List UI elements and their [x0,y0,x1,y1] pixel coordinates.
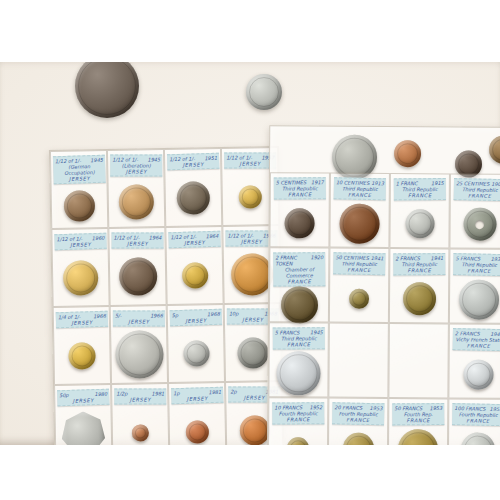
coin-rim [71,345,92,366]
coin-slot [330,200,388,247]
year: 1964 [148,234,161,240]
coin-slot [390,275,448,322]
coin-1p-1981 [186,420,209,443]
coin-label: 25 CENTIMES1903Third RepublicFRANCE [454,178,500,201]
coin-label: 1 FRANC1915Third RepublicFRANCE [394,178,446,200]
coin-5p-1968 [183,340,209,366]
photo-area: 1/12 of 1/-1945(German Occupation)JERSEY… [0,62,500,445]
country: JERSEY [55,175,103,183]
pocket-row: 1/4 of 1/-1966JERSEY5/-1966JERSEY5p1968J… [53,303,282,385]
country: FRANCE [455,267,500,274]
coin-rim [249,77,279,107]
coin-rim [290,440,306,445]
coin-label: 1/12 of 1/-1957JERSEY [224,152,276,168]
country: FRANCE [395,267,443,273]
year: 1945 [90,157,103,163]
pocket-jersey-r4c2: 1/2p1981JERSEY [111,383,169,445]
coin-1-2p-1981 [132,424,149,441]
country: FRANCE [336,191,384,198]
denomination: 10p [228,311,238,317]
denomination: 5p [171,312,178,318]
coin-label: 1/12 of 1/-1945(Liberation)JERSEY [110,154,162,176]
coin-2-francs-1941 [402,282,435,315]
pocket-france-r1c3: 1 FRANC1915Third RepublicFRANCE [389,173,450,248]
coin-label: 2 FRANC TOKEN1920Chamber of CommerceFRAN… [273,252,325,286]
coin-slot [390,200,448,247]
pocket-france-r2c2: 50 CENTIMES1941Third RepublicFRANCE [329,248,390,323]
pocket-france-r3c4: 2 FRANCS1944Vichy French StateFRANCE [448,323,500,398]
pocket-france-r4c2: 20 FRANCS1953Fourth RepublicFRANCE [328,398,389,445]
coin-1-12-of-1-1957 [239,185,262,208]
coin-slot [270,199,328,246]
coin-slot [269,349,327,396]
coin-rim [397,143,418,164]
country: JERSEY [112,168,160,174]
coin-rim [288,211,312,235]
coin-label: 5 FRANCS1933Third RepublicFRANCE [453,253,500,276]
country: FRANCE [394,417,442,423]
coin-100-francs-1955 [461,432,495,445]
coin-1-12-of-1-1945 [119,184,155,220]
country: JERSEY [114,318,162,324]
pocket-row: 1/12 of 1/-1945(German Occupation)JERSEY… [50,147,279,229]
denomination: 2p [230,389,236,395]
coin-slot [389,425,447,445]
pocket-france-r3c3 [388,323,449,398]
pocket-row: 5 FRANCS1945Third RepublicFRANCE2 FRANCS… [268,322,500,399]
coin-slot [450,275,500,322]
loose-coin [246,74,282,110]
coin-label: 1/2p1981JERSEY [114,388,166,404]
country: FRANCE [275,278,323,284]
coin-slot [55,405,111,445]
pocket-row: 1/12 of 1/-1960JERSEY1/12 of 1/-1964JERS… [51,225,280,307]
coin-label: 1/4 of 1/-1966JERSEY [55,311,107,329]
pocket-row: 5 CENTIMES1917Third RepublicFRANCE10 CEN… [269,172,500,249]
country: FRANCE [335,266,383,273]
coin-rim [180,184,207,211]
coin-50-centimes-1941 [349,288,369,308]
denomination: 2 FRANC TOKEN [275,254,310,266]
coin-rim [466,362,490,386]
coin-slot [52,183,108,228]
partial-coin [393,140,420,167]
coin-10-centimes-1913 [339,203,379,243]
coin-label: 5/-1966JERSEY [112,310,164,326]
coin-5-centimes-1917 [284,208,314,238]
coin-slot [269,424,327,445]
pocket-france-r4c1: 10 FRANCS1952Fourth RepublicFRANCE [268,397,329,445]
coin-page-france: 5 CENTIMES1917Third RepublicFRANCE10 CEN… [267,125,500,445]
coin-10p-1968 [237,337,269,369]
coin-slot [168,325,224,382]
coin-1-12-of-1-1960 [63,260,99,296]
coin-rim [184,265,204,285]
pocket-jersey-r1c2: 1/12 of 1/-1945(Liberation)JERSEY [107,149,165,228]
denomination: 1/2p [116,391,127,397]
pocket-jersey-r2c3: 1/12 of 1/-1964JERSEY [165,226,223,305]
country: FRANCE [276,191,324,197]
coin-label: 5 CENTIMES1917Third RepublicFRANCE [274,177,326,199]
partial-top-row [270,126,500,174]
year: 1966 [150,312,163,318]
pocket-jersey-r2c2: 1/12 of 1/-1964JERSEY [108,227,166,306]
coin-rim [492,139,500,161]
coin-10-francs-1952 [287,437,309,445]
coin-20-francs-1953 [342,433,373,445]
country: JERSEY [116,396,164,402]
denomination: 50p [59,392,69,398]
coin-label: 20 FRANCS1953Fourth RepublicFRANCE [332,402,384,425]
coin-collection-photo: 1/12 of 1/-1945(German Occupation)JERSEY… [0,0,500,500]
coin-rim [233,256,270,293]
country: JERSEY [171,317,219,325]
coin-slot [110,248,166,305]
coin-rim [342,206,376,240]
coin-1-12-of-1-1951 [177,181,211,215]
coin-slot [165,169,221,226]
coin-rim [242,418,266,442]
coin-label: 50 FRANCS1953Fourth Rep.FRANCE [392,403,444,425]
country: JERSEY [226,160,274,166]
coin-slot [330,275,388,322]
pocket-france-r4c3: 50 FRANCS1953Fourth Rep.FRANCE [388,398,449,445]
pocket-france-r2c3: 2 FRANCS1941Third RepublicFRANCE [389,248,450,323]
coin-1-12-of-1-1964 [181,262,207,288]
coin-rim [408,212,431,235]
country: JERSEY [173,395,221,403]
country: FRANCE [396,192,444,198]
coin-center-hole [475,220,484,229]
coin-rim [66,263,96,293]
coin-slot [108,176,164,227]
pocket-jersey-r4c1: 50p1980JERSEY [54,384,112,445]
year: 1951 [204,155,217,161]
country: FRANCE [454,417,500,424]
coin-rim [457,153,478,174]
coin-1-franc-1915 [405,209,434,238]
pocket-jersey-r3c2: 5/-1966JERSEY [110,305,168,384]
coin-slot [270,286,328,323]
pocket-france-r3c1: 5 FRANCS1945Third RepublicFRANCE [268,322,329,397]
denomination: 1p [173,390,180,396]
coin-label: 50p1980JERSEY [57,389,109,407]
country: FRANCE [275,341,323,347]
coin-label: 1/12 of 1/-1951JERSEY [166,153,218,171]
year: 1964 [205,233,218,239]
pocket-jersey-r1c3: 1/12 of 1/-1951JERSEY [164,148,222,227]
coin-slot [449,425,500,445]
country: JERSEY [113,240,161,246]
year: 1981 [208,389,221,395]
coin-label: 5p1968JERSEY [169,309,221,327]
coin-label: 100 FRANCS1955Fourth RepublicFRANCE [452,403,500,426]
year: 1960 [91,235,104,241]
pocket-jersey-r3c1: 1/4 of 1/-1966JERSEY [53,306,111,385]
coin-25-centimes-1903 [463,208,496,241]
pocket-france-r1c2: 10 CENTIMES1913Third RepublicFRANCE [329,173,390,248]
denomination: 5/- [114,313,121,319]
country: FRANCE [274,416,322,422]
coin-rim [345,436,370,445]
year: 1920 [310,254,323,266]
coin-50-francs-1953 [398,429,438,445]
coin-slot [54,327,110,384]
pocket-jersey-r2c1: 1/12 of 1/-1960JERSEY [51,228,109,307]
pocket-france-r1c1: 5 CENTIMES1917Third RepublicFRANCE [269,172,330,247]
coin-rim [464,435,492,445]
coin-rim [186,343,206,363]
pocket-jersey-r4c3: 1p1981JERSEY [168,382,226,445]
partial-coin [489,136,500,164]
coin-slot [111,326,167,383]
coin-label: 1/12 of 1/-1964JERSEY [168,231,220,249]
coin-label: 1/12 of 1/-1964JERSEY [111,232,163,248]
coin-rim [462,282,496,316]
coin-rim [135,427,146,438]
coin-rim [279,354,317,392]
pocket-jersey-r3c3: 5p1968JERSEY [167,304,225,383]
coin-5-francs-1945 [276,351,320,395]
coin-rim [122,187,152,217]
pocket-row: 2 FRANC TOKEN1920Chamber of CommerceFRAN… [269,247,500,324]
coin-2p-1981 [239,415,270,445]
coin-label: 50 CENTIMES1941Third RepublicFRANCE [333,252,385,275]
coin-rim [401,432,435,445]
coin-rim [189,423,206,440]
coin-label: 5 FRANCS1945Third RepublicFRANCE [273,327,325,349]
coin-page-jersey: 1/12 of 1/-1945(German Occupation)JERSEY… [49,146,285,445]
coin-1-12-of-1-1945 [64,190,96,222]
country: FRANCE [456,192,500,199]
pocket-france-r3c2 [328,323,389,398]
coin-2-franc-token-1920 [280,286,317,323]
year: 1980 [94,391,107,397]
year: 1966 [92,313,105,319]
coin-slot [450,200,500,247]
coin-label: 10 FRANCS1952Fourth RepublicFRANCE [272,402,324,424]
coin-slot [53,249,109,306]
pocket-jersey-r1c1: 1/12 of 1/-1945(German Occupation)JERSEY [50,150,108,229]
coin-rim [67,193,92,218]
coin-2-francs-1944 [463,359,493,389]
coin-rim [118,333,161,376]
label-detail: Chamber of Commerce [275,266,323,278]
coin-rim [78,62,136,115]
coin-rim [121,260,154,293]
coin-1-12-of-1-1966 [230,253,273,296]
coin-50p-1980 [61,411,106,445]
coin-rim [405,285,432,312]
coin-slot [169,403,225,445]
coin-rim [240,340,265,365]
coin-1-4-of-1-1966 [68,342,95,369]
pocket-row: 10 FRANCS1952Fourth RepublicFRANCE20 FRA… [268,397,500,445]
coin-label: 1/12 of 1/-1960JERSEY [54,233,106,251]
country: FRANCE [455,342,500,349]
pocket-france-r1c4: 25 CENTIMES1903Third RepublicFRANCE [449,173,500,248]
coin-rim [242,188,259,205]
year: 1981 [151,390,164,396]
coin-rim [334,137,373,176]
country: FRANCE [334,416,382,423]
pocket-france-r2c4: 5 FRANCS1933Third RepublicFRANCE [449,248,500,323]
pocket-france-r2c1: 2 FRANC TOKEN1920Chamber of CommerceFRAN… [269,247,330,322]
coin-label: 2 FRANCS1941Third RepublicFRANCE [393,253,445,275]
coin-rim [352,291,366,305]
loose-coin [75,62,139,118]
coin-label: 2 FRANCS1944Vichy French StateFRANCE [453,328,500,351]
pocket-row: 50p1980JERSEY1/2p1981JERSEY1p1981JERSEY2… [54,381,283,445]
coin-5-1966 [115,330,164,379]
coin-slot [167,247,223,304]
coin-label: 1p1981JERSEY [171,387,223,405]
coin-5-francs-1933 [459,279,499,319]
coin-label: 1/12 of 1/-1945(German Occupation)JERSEY [52,155,105,185]
coin-slot [449,350,500,397]
coin-label: 10 CENTIMES1913Third RepublicFRANCE [334,177,386,200]
pocket-france-r4c4: 100 FRANCS1955Fourth RepublicFRANCE [448,398,500,445]
coin-slot [329,425,387,445]
coin-rim [283,289,314,320]
coin-slot [112,404,168,445]
year: 1968 [206,311,219,317]
coin-1-12-of-1-1964 [118,257,157,296]
